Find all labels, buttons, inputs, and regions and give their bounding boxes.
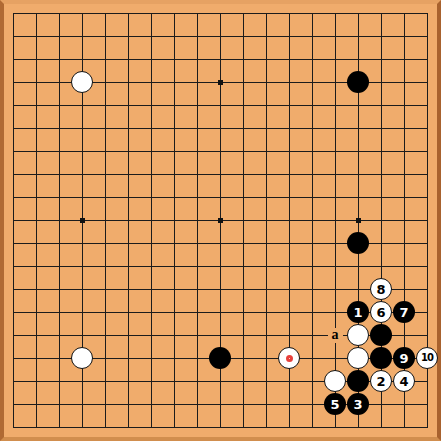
- stone-white-R7[interactable]: 8: [370, 278, 392, 300]
- move-number: 2: [376, 374, 385, 387]
- stone-black-S6[interactable]: 7: [393, 301, 415, 323]
- stone-black-Q3[interactable]: [347, 370, 369, 392]
- stone-black-Q9[interactable]: [347, 232, 369, 254]
- star-point: [80, 218, 85, 223]
- stone-white-D16[interactable]: [71, 71, 93, 93]
- go-board-frame: 81679102453 a: [0, 0, 441, 441]
- stone-black-Q2[interactable]: 3: [347, 393, 369, 415]
- stone-white-D4[interactable]: [71, 347, 93, 369]
- stone-black-R4[interactable]: [370, 347, 392, 369]
- star-point: [218, 218, 223, 223]
- stone-white-S3[interactable]: 4: [393, 370, 415, 392]
- star-point: [356, 218, 361, 223]
- point-label-a[interactable]: a: [328, 328, 343, 343]
- move-number: 8: [376, 282, 385, 295]
- stone-black-S4[interactable]: 9: [393, 347, 415, 369]
- move-number: 9: [399, 351, 408, 364]
- move-number: 6: [376, 305, 385, 318]
- stone-black-Q16[interactable]: [347, 71, 369, 93]
- stone-black-R5[interactable]: [370, 324, 392, 346]
- move-number: 5: [330, 397, 339, 410]
- stone-black-P2[interactable]: 5: [324, 393, 346, 415]
- star-point: [218, 80, 223, 85]
- stone-black-Q6[interactable]: 1: [347, 301, 369, 323]
- stone-white-R3[interactable]: 2: [370, 370, 392, 392]
- red-circle-marker-icon: [286, 355, 293, 362]
- stone-white-Q5[interactable]: [347, 324, 369, 346]
- stone-black-K4[interactable]: [209, 347, 231, 369]
- move-number: 4: [399, 374, 408, 387]
- move-number: 7: [399, 305, 408, 318]
- stone-white-R6[interactable]: 6: [370, 301, 392, 323]
- stone-white-N4-marked[interactable]: [278, 347, 300, 369]
- move-number: 10: [421, 353, 433, 363]
- move-number: 1: [353, 305, 362, 318]
- stone-white-P3[interactable]: [324, 370, 346, 392]
- move-number: 3: [353, 397, 362, 410]
- stone-white-Q4[interactable]: [347, 347, 369, 369]
- stone-white-T4[interactable]: 10: [416, 347, 438, 369]
